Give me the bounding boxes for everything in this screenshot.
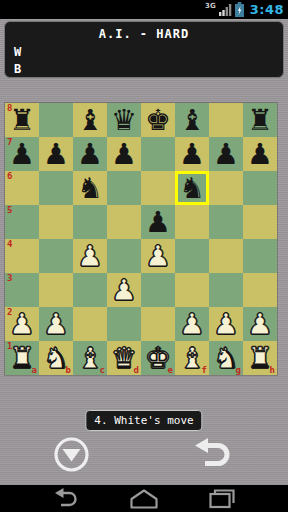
undo-arrow-icon [194, 438, 232, 469]
square-f1[interactable]: f♝ [175, 341, 209, 375]
square-f6[interactable]: ♞ [175, 171, 209, 205]
white-player-label: W [14, 45, 21, 59]
move-status-banner: 4. White's move [85, 410, 202, 431]
piece-white-bishop: ♝ [77, 341, 103, 375]
piece-white-pawn: ♟ [213, 307, 239, 341]
square-c7[interactable]: ♟ [73, 137, 107, 171]
file-label-g: g [236, 365, 241, 375]
black-player-label: B [14, 62, 21, 76]
rank-label-3: 3 [7, 273, 12, 283]
square-a7[interactable]: 7♟ [5, 137, 39, 171]
piece-white-pawn: ♟ [145, 239, 171, 273]
square-g4[interactable] [209, 239, 243, 273]
square-a1[interactable]: 1a♜ [5, 341, 39, 375]
square-e3[interactable] [141, 273, 175, 307]
square-h2[interactable]: ♟ [243, 307, 277, 341]
square-b7[interactable]: ♟ [39, 137, 73, 171]
square-h7[interactable]: ♟ [243, 137, 277, 171]
square-d3[interactable]: ♟ [107, 273, 141, 307]
file-label-d: d [134, 365, 139, 375]
square-c8[interactable]: ♝ [73, 103, 107, 137]
rank-label-8: 8 [7, 103, 12, 113]
square-d2[interactable] [107, 307, 141, 341]
square-h8[interactable]: ♜ [243, 103, 277, 137]
square-a8[interactable]: 8♜ [5, 103, 39, 137]
piece-white-rook: ♜ [9, 341, 35, 375]
square-b4[interactable] [39, 239, 73, 273]
piece-black-bishop: ♝ [77, 103, 103, 137]
piece-black-pawn: ♟ [77, 137, 103, 171]
square-g1[interactable]: g♞ [209, 341, 243, 375]
square-g6[interactable] [209, 171, 243, 205]
square-a6[interactable]: 6 [5, 171, 39, 205]
rank-label-1: 1 [7, 341, 12, 351]
square-f7[interactable]: ♟ [175, 137, 209, 171]
square-b3[interactable] [39, 273, 73, 307]
square-b2[interactable]: ♟ [39, 307, 73, 341]
piece-black-knight: ♞ [179, 171, 205, 205]
status-bar: 3G 3:48 [0, 0, 288, 19]
battery-charging-icon [235, 2, 244, 17]
file-label-h: h [270, 365, 275, 375]
square-f2[interactable]: ♟ [175, 307, 209, 341]
piece-white-pawn: ♟ [9, 307, 35, 341]
square-e7[interactable] [141, 137, 175, 171]
piece-white-pawn: ♟ [111, 273, 137, 307]
square-c1[interactable]: c♝ [73, 341, 107, 375]
piece-black-rook: ♜ [247, 103, 273, 137]
rank-label-5: 5 [7, 205, 12, 215]
square-e4[interactable]: ♟ [141, 239, 175, 273]
piece-black-rook: ♜ [9, 103, 35, 137]
game-info-panel: A.I. - HARD W B [4, 21, 284, 78]
square-g2[interactable]: ♟ [209, 307, 243, 341]
square-b1[interactable]: b♞ [39, 341, 73, 375]
nav-recents-button[interactable] [209, 489, 235, 509]
network-type-label: 3G [205, 2, 216, 10]
chess-board: 8♜♝♛♚♝♜7♟♟♟♟♟♟♟6♞♞5♟4♟♟3♟2♟♟♟♟♟1a♜b♞c♝d♛… [5, 103, 277, 375]
square-e6[interactable] [141, 171, 175, 205]
piece-white-rook: ♜ [247, 341, 273, 375]
piece-black-bishop: ♝ [179, 103, 205, 137]
square-f3[interactable] [175, 273, 209, 307]
square-h3[interactable] [243, 273, 277, 307]
square-d1[interactable]: d♛ [107, 341, 141, 375]
rank-label-2: 2 [7, 307, 12, 317]
nav-back-button[interactable] [53, 488, 79, 509]
rank-label-4: 4 [7, 239, 12, 249]
clock-time: 3:48 [250, 2, 284, 17]
square-a2[interactable]: 2♟ [5, 307, 39, 341]
square-h4[interactable] [243, 239, 277, 273]
piece-white-pawn: ♟ [179, 307, 205, 341]
piece-white-pawn: ♟ [247, 307, 273, 341]
piece-white-bishop: ♝ [179, 341, 205, 375]
square-e1[interactable]: e♚ [141, 341, 175, 375]
square-g8[interactable] [209, 103, 243, 137]
piece-black-knight: ♞ [77, 171, 103, 205]
piece-black-queen: ♛ [111, 103, 137, 137]
square-a5[interactable]: 5 [5, 205, 39, 239]
down-arrow-icon [53, 436, 90, 473]
home-icon [130, 489, 158, 509]
square-b8[interactable] [39, 103, 73, 137]
square-c5[interactable] [73, 205, 107, 239]
square-h1[interactable]: h♜ [243, 341, 277, 375]
square-g7[interactable]: ♟ [209, 137, 243, 171]
back-icon [53, 488, 79, 509]
square-g3[interactable] [209, 273, 243, 307]
square-a4[interactable]: 4 [5, 239, 39, 273]
square-h6[interactable] [243, 171, 277, 205]
show-moves-button[interactable] [53, 436, 90, 473]
square-c2[interactable] [73, 307, 107, 341]
piece-black-pawn: ♟ [111, 137, 137, 171]
square-a3[interactable]: 3 [5, 273, 39, 307]
square-e5[interactable]: ♟ [141, 205, 175, 239]
square-d8[interactable]: ♛ [107, 103, 141, 137]
piece-white-queen: ♛ [111, 341, 137, 375]
undo-move-button[interactable] [194, 438, 232, 469]
rank-label-7: 7 [7, 137, 12, 147]
file-label-b: b [66, 365, 71, 375]
square-f5[interactable] [175, 205, 209, 239]
square-h5[interactable] [243, 205, 277, 239]
square-f4[interactable] [175, 239, 209, 273]
square-g5[interactable] [209, 205, 243, 239]
square-d4[interactable] [107, 239, 141, 273]
piece-black-pawn: ♟ [213, 137, 239, 171]
square-f8[interactable]: ♝ [175, 103, 209, 137]
piece-white-knight: ♞ [213, 341, 239, 375]
square-b5[interactable] [39, 205, 73, 239]
square-d7[interactable]: ♟ [107, 137, 141, 171]
android-nav-bar [0, 485, 288, 512]
square-c3[interactable] [73, 273, 107, 307]
piece-black-pawn: ♟ [145, 205, 171, 239]
square-d5[interactable] [107, 205, 141, 239]
piece-white-knight: ♞ [43, 341, 69, 375]
piece-black-pawn: ♟ [43, 137, 69, 171]
piece-black-pawn: ♟ [247, 137, 273, 171]
piece-black-pawn: ♟ [9, 137, 35, 171]
nav-home-button[interactable] [130, 489, 158, 509]
signal-strength-icon [219, 3, 232, 16]
piece-white-pawn: ♟ [43, 307, 69, 341]
piece-white-pawn: ♟ [77, 239, 103, 273]
square-c4[interactable]: ♟ [73, 239, 107, 273]
recents-icon [209, 489, 235, 509]
file-label-e: e [168, 365, 173, 375]
file-label-a: a [32, 365, 37, 375]
square-e2[interactable] [141, 307, 175, 341]
piece-black-pawn: ♟ [179, 137, 205, 171]
rank-label-6: 6 [7, 171, 12, 181]
file-label-c: c [100, 365, 105, 375]
piece-black-king: ♚ [145, 103, 171, 137]
square-b6[interactable] [39, 171, 73, 205]
piece-white-king: ♚ [145, 341, 171, 375]
square-e8[interactable]: ♚ [141, 103, 175, 137]
square-d6[interactable] [107, 171, 141, 205]
app-background: 3G 3:48 A.I. - HARD W B 8♜♝♛♚♝♜7♟♟♟♟♟♟♟6… [0, 0, 288, 512]
game-mode-title: A.I. - HARD [5, 27, 283, 41]
file-label-f: f [202, 365, 207, 375]
square-c6[interactable]: ♞ [73, 171, 107, 205]
